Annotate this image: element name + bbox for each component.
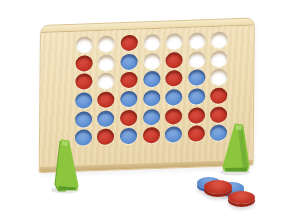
cell-r3c2[interactable] — [95, 72, 118, 91]
loose-disc-red-4[interactable] — [228, 191, 255, 204]
cell-r3c3[interactable] — [118, 71, 141, 90]
cell-r5c6[interactable] — [185, 106, 208, 125]
cell-r4c2[interactable] — [95, 90, 118, 109]
empty-hole — [211, 32, 228, 49]
cell-r6c4[interactable] — [140, 126, 163, 145]
red-disc — [75, 74, 92, 91]
red-disc — [120, 72, 137, 89]
red-disc — [211, 88, 228, 105]
red-disc — [98, 92, 115, 109]
red-disc — [142, 127, 159, 144]
cell-r2c1[interactable] — [73, 54, 96, 73]
red-disc — [97, 129, 114, 146]
blue-disc — [143, 109, 160, 126]
red-disc — [75, 55, 92, 72]
cell-r3c5[interactable] — [163, 69, 186, 88]
cell-r2c4[interactable] — [140, 51, 163, 70]
blue-disc — [75, 92, 92, 109]
blue-disc — [143, 71, 160, 88]
blue-disc — [75, 111, 92, 128]
cell-r3c1[interactable] — [72, 72, 95, 91]
cell-r4c6[interactable] — [185, 87, 208, 106]
cell-r1c4[interactable] — [140, 33, 163, 52]
board-grid — [72, 30, 231, 147]
product-photo-scene — [0, 0, 300, 212]
empty-hole — [211, 50, 228, 67]
cell-r3c7[interactable] — [208, 68, 231, 87]
empty-hole — [98, 54, 115, 71]
cell-r4c3[interactable] — [117, 89, 140, 108]
cell-r2c2[interactable] — [95, 53, 118, 72]
cell-r2c5[interactable] — [163, 51, 186, 70]
red-disc — [165, 108, 182, 125]
blue-disc — [188, 70, 205, 87]
empty-hole — [211, 69, 228, 86]
cell-r1c1[interactable] — [73, 35, 96, 54]
cell-r1c2[interactable] — [95, 34, 118, 53]
empty-hole — [98, 36, 115, 53]
red-disc — [188, 107, 205, 124]
board-stand-left — [50, 138, 80, 194]
cell-r6c6[interactable] — [185, 124, 208, 143]
cell-r5c3[interactable] — [117, 108, 140, 127]
red-disc — [188, 126, 205, 143]
cell-r4c7[interactable] — [208, 86, 231, 105]
cell-r1c7[interactable] — [208, 30, 231, 49]
red-disc — [121, 35, 138, 52]
empty-hole — [76, 36, 93, 53]
cell-r6c5[interactable] — [162, 125, 185, 144]
empty-hole — [143, 53, 160, 70]
empty-hole — [143, 34, 160, 51]
red-disc — [166, 71, 183, 88]
cell-r1c6[interactable] — [186, 31, 209, 50]
empty-hole — [166, 33, 183, 50]
blue-disc — [121, 54, 138, 71]
cell-r4c4[interactable] — [140, 89, 163, 108]
cell-r2c6[interactable] — [185, 50, 208, 69]
cell-r5c1[interactable] — [72, 110, 95, 129]
blue-disc — [188, 88, 205, 105]
red-disc — [166, 52, 183, 69]
cell-r2c7[interactable] — [208, 49, 231, 68]
empty-hole — [188, 33, 205, 50]
cell-r2c3[interactable] — [118, 52, 141, 71]
cell-r6c2[interactable] — [94, 127, 117, 146]
cell-r4c1[interactable] — [72, 91, 95, 110]
red-disc — [210, 106, 227, 123]
empty-hole — [188, 51, 205, 68]
cell-r1c3[interactable] — [118, 33, 141, 52]
blue-disc — [143, 90, 160, 107]
cell-r3c6[interactable] — [185, 68, 208, 87]
red-disc — [120, 109, 137, 126]
blue-disc — [97, 110, 114, 127]
cell-r5c4[interactable] — [140, 107, 163, 126]
loose-disc-red-2[interactable] — [204, 180, 232, 194]
cell-r6c3[interactable] — [117, 127, 140, 146]
cell-r5c2[interactable] — [95, 109, 118, 128]
cell-r3c4[interactable] — [140, 70, 163, 89]
blue-disc — [120, 128, 137, 145]
blue-disc — [120, 91, 137, 108]
cell-r1c5[interactable] — [163, 32, 186, 51]
blue-disc — [165, 89, 182, 106]
empty-hole — [98, 73, 115, 90]
blue-disc — [165, 126, 182, 143]
cell-r4c5[interactable] — [163, 88, 186, 107]
cell-r5c5[interactable] — [162, 106, 185, 125]
board-stand-right — [218, 122, 252, 176]
